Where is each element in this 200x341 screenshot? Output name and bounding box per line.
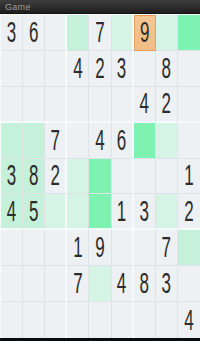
digit: 4 — [95, 125, 104, 155]
cell-r3c2[interactable] — [23, 87, 45, 123]
cell-r6c9[interactable]: 2 — [178, 194, 200, 230]
cell-r1c6[interactable] — [112, 15, 134, 51]
cell-r5c2[interactable]: 8 — [23, 159, 45, 195]
cell-r9c9[interactable]: 4 — [178, 302, 200, 338]
cell-r7c1[interactable] — [1, 230, 23, 266]
cell-r5c5[interactable] — [89, 159, 111, 195]
cell-r7c8[interactable]: 7 — [156, 230, 178, 266]
digit: 3 — [117, 53, 126, 83]
app-title: Game — [5, 0, 31, 14]
cell-r9c1[interactable] — [1, 302, 23, 338]
cell-r4c4[interactable] — [67, 123, 89, 159]
cell-r2c8[interactable]: 8 — [156, 51, 178, 87]
cell-r8c6[interactable]: 4 — [112, 266, 134, 302]
cell-r4c1[interactable] — [1, 123, 23, 159]
digit: 3 — [7, 161, 16, 191]
cell-r5c8[interactable] — [156, 159, 178, 195]
cell-r6c2[interactable]: 5 — [23, 194, 45, 230]
digit: 7 — [51, 125, 60, 155]
cell-r8c7[interactable]: 8 — [134, 266, 156, 302]
title-bar: Game — [0, 0, 200, 14]
digit: 2 — [162, 89, 171, 119]
digit: 7 — [73, 269, 82, 299]
cell-r8c8[interactable]: 3 — [156, 266, 178, 302]
cell-r3c9[interactable] — [178, 87, 200, 123]
cell-r6c1[interactable]: 4 — [1, 194, 23, 230]
cell-r9c2[interactable] — [23, 302, 45, 338]
digit: 8 — [162, 53, 171, 83]
digit: 2 — [95, 53, 104, 83]
cell-r3c3[interactable] — [45, 87, 67, 123]
digit: 3 — [139, 197, 148, 227]
cell-r6c7[interactable]: 3 — [134, 194, 156, 230]
cell-r9c6[interactable] — [112, 302, 134, 338]
cell-r2c6[interactable]: 3 — [112, 51, 134, 87]
digit: 8 — [139, 269, 148, 299]
digit: 4 — [117, 269, 126, 299]
cell-r1c2[interactable]: 6 — [23, 15, 45, 51]
cell-r5c9[interactable]: 1 — [178, 159, 200, 195]
cell-r2c5[interactable]: 2 — [89, 51, 111, 87]
digit: 8 — [29, 161, 38, 191]
app-window: Game 367942384274638214513219774834 — [0, 0, 200, 341]
cell-r5c1[interactable]: 3 — [1, 159, 23, 195]
cell-r3c1[interactable] — [1, 87, 23, 123]
cell-r6c8[interactable] — [156, 194, 178, 230]
digit: 1 — [73, 233, 82, 263]
cell-r8c2[interactable] — [23, 266, 45, 302]
cell-r7c7[interactable] — [134, 230, 156, 266]
cell-r5c3[interactable]: 2 — [45, 159, 67, 195]
cell-r9c5[interactable] — [89, 302, 111, 338]
cell-r7c3[interactable] — [45, 230, 67, 266]
cell-r7c6[interactable] — [112, 230, 134, 266]
cell-r1c1[interactable]: 3 — [1, 15, 23, 51]
cell-r1c5[interactable]: 7 — [89, 15, 111, 51]
cell-r4c8[interactable] — [156, 123, 178, 159]
cell-r3c8[interactable]: 2 — [156, 87, 178, 123]
cell-r4c7[interactable] — [134, 123, 156, 159]
cell-r2c1[interactable] — [1, 51, 23, 87]
cell-r7c2[interactable] — [23, 230, 45, 266]
cell-r6c4[interactable] — [67, 194, 89, 230]
cell-r2c3[interactable] — [45, 51, 67, 87]
digit: 3 — [7, 18, 16, 48]
digit: 5 — [29, 197, 38, 227]
digit: 2 — [51, 161, 60, 191]
digit: 9 — [95, 233, 104, 263]
cell-r9c3[interactable] — [45, 302, 67, 338]
cell-r3c6[interactable] — [112, 87, 134, 123]
cell-r2c4[interactable]: 4 — [67, 51, 89, 87]
cell-r5c6[interactable] — [112, 159, 134, 195]
digit: 4 — [73, 53, 82, 83]
digit: 1 — [117, 197, 126, 227]
digit: 4 — [7, 197, 16, 227]
digit: 6 — [29, 18, 38, 48]
cell-r8c4[interactable]: 7 — [67, 266, 89, 302]
digit: 4 — [139, 89, 148, 119]
cell-r6c5[interactable] — [89, 194, 111, 230]
cell-r5c4[interactable] — [67, 159, 89, 195]
cell-r8c5[interactable] — [89, 266, 111, 302]
cell-r4c3[interactable]: 7 — [45, 123, 67, 159]
cell-r1c4[interactable] — [67, 15, 89, 51]
cell-r9c7[interactable] — [134, 302, 156, 338]
sudoku-board: 367942384274638214513219774834 — [0, 14, 200, 338]
digit: 7 — [95, 18, 104, 48]
cell-r2c9[interactable] — [178, 51, 200, 87]
cell-r3c7[interactable]: 4 — [134, 87, 156, 123]
digit: 3 — [162, 269, 171, 299]
cell-r4c2[interactable] — [23, 123, 45, 159]
cell-r1c7[interactable]: 9 — [134, 15, 156, 51]
digit: 6 — [117, 125, 126, 155]
cell-r5c7[interactable] — [134, 159, 156, 195]
digit: 4 — [184, 305, 193, 335]
cell-r1c9[interactable] — [178, 15, 200, 51]
cell-r6c3[interactable] — [45, 194, 67, 230]
cell-r2c2[interactable] — [23, 51, 45, 87]
cell-r1c3[interactable] — [45, 15, 67, 51]
cell-r8c9[interactable] — [178, 266, 200, 302]
cell-r6c6[interactable]: 1 — [112, 194, 134, 230]
cell-r4c9[interactable] — [178, 123, 200, 159]
cell-r9c4[interactable] — [67, 302, 89, 338]
cell-r7c9[interactable] — [178, 230, 200, 266]
cell-r4c5[interactable]: 4 — [89, 123, 111, 159]
cell-r1c8[interactable] — [156, 15, 178, 51]
digit: 9 — [140, 18, 149, 48]
cell-r3c4[interactable] — [67, 87, 89, 123]
cell-r3c5[interactable] — [89, 87, 111, 123]
cell-r7c4[interactable]: 1 — [67, 230, 89, 266]
cell-r8c3[interactable] — [45, 266, 67, 302]
cell-r9c8[interactable] — [156, 302, 178, 338]
cell-r4c6[interactable]: 6 — [112, 123, 134, 159]
digit: 7 — [162, 233, 171, 263]
cell-r2c7[interactable] — [134, 51, 156, 87]
cell-r7c5[interactable]: 9 — [89, 230, 111, 266]
digit: 1 — [184, 161, 193, 191]
cell-r8c1[interactable] — [1, 266, 23, 302]
digit: 2 — [184, 197, 193, 227]
